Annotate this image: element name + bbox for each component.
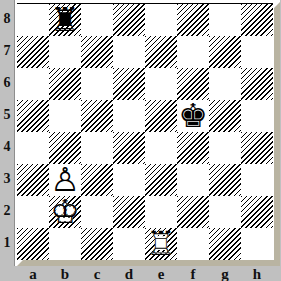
square-h1[interactable] xyxy=(241,228,273,260)
square-a5[interactable] xyxy=(17,100,49,132)
square-h8[interactable] xyxy=(241,4,273,36)
file-labels: abcdefgh xyxy=(17,266,273,281)
file-label-d: d xyxy=(113,266,145,281)
board-shadow-right xyxy=(274,0,280,266)
rook-fill-glyph: ♜ xyxy=(145,228,177,260)
square-d2[interactable] xyxy=(113,196,145,228)
board-grid: ♜♚♟♙♚♔♜♖ xyxy=(17,3,273,260)
chess-board: ♜♚♟♙♚♔♜♖ xyxy=(14,0,280,266)
rank-label-6: 6 xyxy=(0,67,14,99)
rank-label-2: 2 xyxy=(0,195,14,227)
square-d4[interactable] xyxy=(113,132,145,164)
square-d1[interactable] xyxy=(113,228,145,260)
square-b8[interactable]: ♜ xyxy=(49,4,81,36)
file-label-b: b xyxy=(49,266,81,281)
file-label-c: c xyxy=(81,266,113,281)
square-e2[interactable] xyxy=(145,196,177,228)
square-b2[interactable]: ♚♔ xyxy=(49,196,81,228)
square-a7[interactable] xyxy=(17,36,49,68)
square-b5[interactable] xyxy=(49,100,81,132)
square-a3[interactable] xyxy=(17,164,49,196)
rank-labels: 87654321 xyxy=(0,3,14,259)
square-g3[interactable] xyxy=(209,164,241,196)
rook-outline-glyph: ♖ xyxy=(145,228,177,260)
square-g4[interactable] xyxy=(209,132,241,164)
square-f6[interactable] xyxy=(177,68,209,100)
chess-board-window: 87654321 ♜♚♟♙♚♔♜♖ abcdefgh xyxy=(0,0,281,281)
square-h2[interactable] xyxy=(241,196,273,228)
square-e4[interactable] xyxy=(145,132,177,164)
square-a1[interactable] xyxy=(17,228,49,260)
square-b4[interactable] xyxy=(49,132,81,164)
square-d3[interactable] xyxy=(113,164,145,196)
rook-glyph: ♜ xyxy=(49,4,81,36)
white-king-b2[interactable]: ♚♔ xyxy=(49,196,81,228)
king-outline-glyph: ♔ xyxy=(49,196,81,228)
square-f3[interactable] xyxy=(177,164,209,196)
square-a2[interactable] xyxy=(17,196,49,228)
square-e1[interactable]: ♜♖ xyxy=(145,228,177,260)
square-f1[interactable] xyxy=(177,228,209,260)
square-g8[interactable] xyxy=(209,4,241,36)
square-d7[interactable] xyxy=(113,36,145,68)
square-f7[interactable] xyxy=(177,36,209,68)
square-f8[interactable] xyxy=(177,4,209,36)
pawn-outline-glyph: ♙ xyxy=(49,164,81,196)
file-label-g: g xyxy=(209,266,241,281)
rank-label-3: 3 xyxy=(0,163,14,195)
file-label-f: f xyxy=(177,266,209,281)
square-e6[interactable] xyxy=(145,68,177,100)
square-c7[interactable] xyxy=(81,36,113,68)
rank-label-7: 7 xyxy=(0,35,14,67)
square-b1[interactable] xyxy=(49,228,81,260)
square-g2[interactable] xyxy=(209,196,241,228)
square-b6[interactable] xyxy=(49,68,81,100)
square-h4[interactable] xyxy=(241,132,273,164)
square-d8[interactable] xyxy=(113,4,145,36)
square-f2[interactable] xyxy=(177,196,209,228)
square-c2[interactable] xyxy=(81,196,113,228)
king-fill-glyph: ♚ xyxy=(49,196,81,228)
square-c6[interactable] xyxy=(81,68,113,100)
square-a6[interactable] xyxy=(17,68,49,100)
square-f5[interactable]: ♚ xyxy=(177,100,209,132)
square-h5[interactable] xyxy=(241,100,273,132)
square-c4[interactable] xyxy=(81,132,113,164)
king-glyph: ♚ xyxy=(177,100,209,132)
pawn-fill-glyph: ♟ xyxy=(49,164,81,196)
black-king-f5[interactable]: ♚ xyxy=(177,100,209,132)
square-a8[interactable] xyxy=(17,4,49,36)
square-e3[interactable] xyxy=(145,164,177,196)
rank-label-5: 5 xyxy=(0,99,14,131)
square-c1[interactable] xyxy=(81,228,113,260)
square-d6[interactable] xyxy=(113,68,145,100)
white-rook-e1[interactable]: ♜♖ xyxy=(145,228,177,260)
file-label-e: e xyxy=(145,266,177,281)
square-d5[interactable] xyxy=(113,100,145,132)
square-e7[interactable] xyxy=(145,36,177,68)
square-h6[interactable] xyxy=(241,68,273,100)
rank-label-4: 4 xyxy=(0,131,14,163)
square-f4[interactable] xyxy=(177,132,209,164)
file-label-a: a xyxy=(17,266,49,281)
square-h3[interactable] xyxy=(241,164,273,196)
square-b3[interactable]: ♟♙ xyxy=(49,164,81,196)
file-label-h: h xyxy=(241,266,273,281)
square-g7[interactable] xyxy=(209,36,241,68)
square-e5[interactable] xyxy=(145,100,177,132)
square-g5[interactable] xyxy=(209,100,241,132)
square-c3[interactable] xyxy=(81,164,113,196)
white-pawn-b3[interactable]: ♟♙ xyxy=(49,164,81,196)
square-g1[interactable] xyxy=(209,228,241,260)
square-c8[interactable] xyxy=(81,4,113,36)
rank-label-1: 1 xyxy=(0,227,14,259)
square-e8[interactable] xyxy=(145,4,177,36)
square-c5[interactable] xyxy=(81,100,113,132)
rank-label-8: 8 xyxy=(0,3,14,35)
square-h7[interactable] xyxy=(241,36,273,68)
black-rook-b8[interactable]: ♜ xyxy=(49,4,81,36)
square-a4[interactable] xyxy=(17,132,49,164)
square-b7[interactable] xyxy=(49,36,81,68)
square-g6[interactable] xyxy=(209,68,241,100)
